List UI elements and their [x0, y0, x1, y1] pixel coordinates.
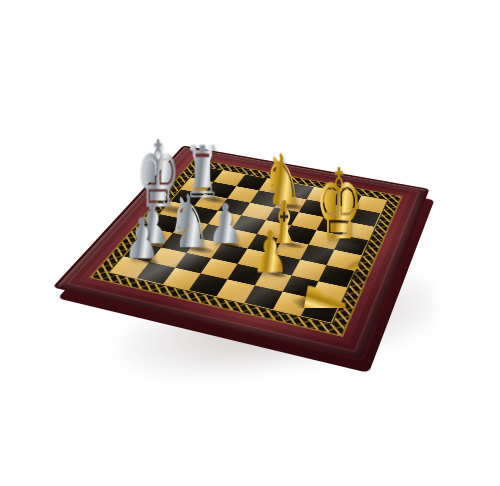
silver-pawn-3-glyph: ♟	[124, 211, 161, 268]
gold-pawn-3-glyph: ♟	[292, 277, 355, 329]
silver-pawn-1-glyph: ♟	[208, 197, 244, 252]
product-photo-scene: ♚♜♞♟♟♟♞♚♝♟♟♟	[0, 0, 500, 486]
silver-knight-glyph: ♞	[167, 184, 212, 258]
gold-pawn-1-glyph: ♟	[251, 224, 288, 282]
gold-king-glyph: ♚	[315, 156, 363, 253]
